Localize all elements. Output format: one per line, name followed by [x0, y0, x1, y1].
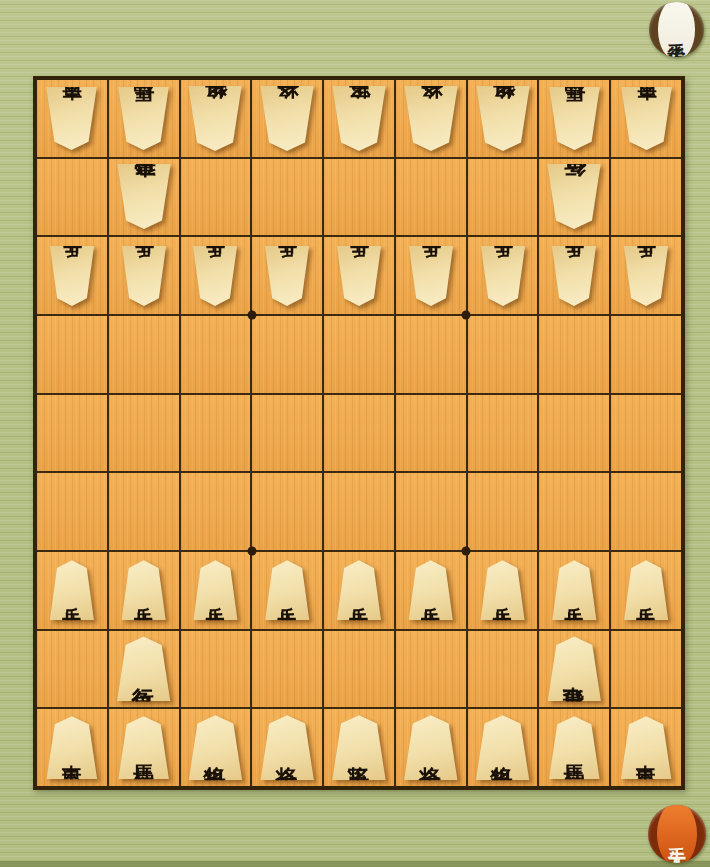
board-cell[interactable]: [611, 473, 681, 550]
board-cell[interactable]: 香車: [37, 709, 107, 786]
shogi-piece-gote[interactable]: 香車: [619, 87, 674, 150]
koma-body: 金将: [258, 86, 316, 151]
shogi-piece-sente[interactable]: 歩兵: [407, 560, 455, 620]
board-cell[interactable]: [539, 395, 609, 472]
koma-body: 金将: [402, 715, 460, 780]
koma-body: 歩兵: [407, 560, 455, 620]
shogi-piece-sente[interactable]: 歩兵: [120, 560, 168, 620]
board-cell[interactable]: [468, 395, 538, 472]
koma-body: 王将: [330, 86, 388, 151]
koma-label: 銀将: [204, 115, 226, 122]
koma-body: 香車: [44, 87, 99, 150]
koma-label: 香車: [61, 744, 82, 751]
koma-label: 香車: [61, 115, 82, 122]
board-cell[interactable]: [252, 159, 322, 236]
shogi-piece-gote[interactable]: 金将: [402, 86, 460, 151]
board-cell[interactable]: 歩兵: [324, 237, 394, 314]
shogi-piece-gote[interactable]: 桂馬: [547, 87, 602, 150]
koma-label: 歩兵: [206, 587, 225, 594]
board-cell[interactable]: [252, 473, 322, 550]
shogi-piece-sente[interactable]: 銀将: [186, 715, 244, 780]
board-cell[interactable]: 銀将: [468, 709, 538, 786]
koma-body: 銀将: [474, 86, 532, 151]
shogi-piece-sente[interactable]: 桂馬: [547, 716, 602, 779]
koma-body: 桂馬: [547, 87, 602, 150]
koma-body: 歩兵: [120, 560, 168, 620]
board-grid: 香車桂馬銀将金将王将金将銀将桂馬香車飛車角行歩兵歩兵歩兵歩兵歩兵歩兵歩兵歩兵歩兵…: [37, 80, 681, 786]
board-cell[interactable]: 歩兵: [181, 552, 251, 629]
board-cell[interactable]: [324, 631, 394, 708]
koma-label: 歩兵: [493, 587, 512, 594]
board-cell[interactable]: [252, 316, 322, 393]
koma-label: 銀将: [204, 744, 226, 751]
board-cell[interactable]: [109, 395, 179, 472]
koma-label: 歩兵: [421, 587, 440, 594]
board-cell[interactable]: [37, 159, 107, 236]
koma-label: 香車: [636, 115, 657, 122]
board-cell[interactable]: [109, 473, 179, 550]
koma-body: 歩兵: [479, 246, 527, 306]
board-cell[interactable]: [539, 473, 609, 550]
koma-label: 桂馬: [133, 744, 154, 751]
board-cell[interactable]: [611, 316, 681, 393]
board-cell[interactable]: [396, 631, 466, 708]
board-cell[interactable]: 飛車: [539, 631, 609, 708]
board-cell[interactable]: 歩兵: [37, 237, 107, 314]
board-cell[interactable]: [324, 473, 394, 550]
koma-label: 歩兵: [493, 272, 512, 279]
board-cell[interactable]: 桂馬: [109, 80, 179, 157]
board-cell[interactable]: [181, 473, 251, 550]
koma-label: 歩兵: [278, 587, 297, 594]
board-cell[interactable]: 桂馬: [539, 709, 609, 786]
koma-label: 飛車: [563, 665, 585, 672]
board-cell[interactable]: [611, 631, 681, 708]
shogi-piece-sente[interactable]: 金将: [402, 715, 460, 780]
koma-label: 歩兵: [421, 272, 440, 279]
shogi-piece-gote[interactable]: 香車: [44, 87, 99, 150]
board-cell[interactable]: [324, 159, 394, 236]
board-cell[interactable]: 歩兵: [109, 552, 179, 629]
board-cell[interactable]: 歩兵: [539, 237, 609, 314]
board-cell[interactable]: 王将: [324, 709, 394, 786]
board-cell[interactable]: [539, 316, 609, 393]
board-cell[interactable]: [468, 631, 538, 708]
board-cell[interactable]: 金将: [396, 80, 466, 157]
board-cell[interactable]: 歩兵: [252, 552, 322, 629]
board-cell[interactable]: 歩兵: [468, 237, 538, 314]
shogi-piece-sente[interactable]: 王将: [330, 715, 388, 780]
koma-body: 歩兵: [335, 246, 383, 306]
board-cell[interactable]: [468, 316, 538, 393]
gote-badge: 後手: [649, 2, 704, 57]
shogi-piece-gote[interactable]: 角行: [545, 164, 603, 229]
shogi-piece-gote[interactable]: 歩兵: [479, 246, 527, 306]
koma-label: 歩兵: [206, 272, 225, 279]
koma-body: 銀将: [186, 86, 244, 151]
shogi-piece-sente[interactable]: 銀将: [474, 715, 532, 780]
koma-label: 角行: [563, 193, 585, 200]
koma-body: 銀将: [186, 715, 244, 780]
shogi-piece-sente[interactable]: 飛車: [545, 636, 603, 701]
shogi-piece-sente[interactable]: 歩兵: [550, 560, 598, 620]
koma-label: 王将: [348, 744, 370, 751]
koma-body: 歩兵: [120, 246, 168, 306]
koma-label: 歩兵: [134, 272, 153, 279]
koma-body: 桂馬: [547, 716, 602, 779]
sente-badge-face: [657, 805, 696, 863]
board-cell[interactable]: 歩兵: [396, 237, 466, 314]
koma-label: 王将: [348, 115, 370, 122]
board-cell[interactable]: 歩兵: [468, 552, 538, 629]
koma-label: 桂馬: [564, 115, 585, 122]
gote-badge-face: [658, 2, 695, 57]
koma-label: 金将: [276, 115, 298, 122]
shogi-piece-sente[interactable]: 歩兵: [191, 560, 239, 620]
koma-body: 桂馬: [116, 716, 171, 779]
shogi-piece-gote[interactable]: 王将: [330, 86, 388, 151]
board-cell[interactable]: [396, 395, 466, 472]
koma-body: 香車: [44, 716, 99, 779]
board-cell[interactable]: [37, 473, 107, 550]
koma-label: 歩兵: [278, 272, 297, 279]
board-cell[interactable]: 歩兵: [396, 552, 466, 629]
koma-body: 歩兵: [335, 560, 383, 620]
board-cell[interactable]: [181, 316, 251, 393]
board-cell[interactable]: 歩兵: [539, 552, 609, 629]
koma-body: 歩兵: [48, 560, 96, 620]
board-cell[interactable]: [252, 631, 322, 708]
koma-body: 金将: [258, 715, 316, 780]
shogi-piece-sente[interactable]: 角行: [115, 636, 173, 701]
board-cell[interactable]: 桂馬: [539, 80, 609, 157]
koma-body: 角行: [115, 636, 173, 701]
shogi-piece-gote[interactable]: 歩兵: [48, 246, 96, 306]
koma-body: 桂馬: [116, 87, 171, 150]
koma-body: 香車: [619, 716, 674, 779]
board-cell[interactable]: [611, 159, 681, 236]
koma-body: 歩兵: [48, 246, 96, 306]
shogi-piece-gote[interactable]: 歩兵: [622, 246, 670, 306]
koma-label: 歩兵: [637, 587, 656, 594]
shogi-piece-gote[interactable]: 桂馬: [116, 87, 171, 150]
shogi-piece-sente[interactable]: 金将: [258, 715, 316, 780]
board-cell[interactable]: 歩兵: [252, 237, 322, 314]
board-cell[interactable]: 歩兵: [324, 552, 394, 629]
board-cell[interactable]: 飛車: [109, 159, 179, 236]
koma-body: 角行: [545, 164, 603, 229]
koma-body: 歩兵: [407, 246, 455, 306]
shogi-piece-sente[interactable]: 歩兵: [479, 560, 527, 620]
koma-body: 歩兵: [191, 246, 239, 306]
board-cell[interactable]: [109, 316, 179, 393]
koma-label: 飛車: [133, 193, 155, 200]
board-cell[interactable]: [37, 395, 107, 472]
board-cell[interactable]: [252, 395, 322, 472]
board-cell[interactable]: [324, 316, 394, 393]
koma-body: 歩兵: [479, 560, 527, 620]
board-cell[interactable]: 角行: [109, 631, 179, 708]
koma-label: 金将: [276, 744, 298, 751]
shogi-piece-sente[interactable]: 香車: [619, 716, 674, 779]
board-cell[interactable]: 角行: [539, 159, 609, 236]
koma-label: 銀将: [492, 744, 514, 751]
board-cell[interactable]: [396, 473, 466, 550]
board-cell[interactable]: [181, 631, 251, 708]
shogi-piece-sente[interactable]: 歩兵: [335, 560, 383, 620]
shogi-piece-gote[interactable]: 歩兵: [191, 246, 239, 306]
shogi-piece-sente[interactable]: 桂馬: [116, 716, 171, 779]
board-cell[interactable]: 桂馬: [109, 709, 179, 786]
shogi-piece-gote[interactable]: 歩兵: [335, 246, 383, 306]
shogi-app: 後手 香車桂馬銀将金将王将金将銀将桂馬香車飛車角行歩兵歩兵歩兵歩兵歩兵歩兵歩兵歩…: [0, 0, 710, 867]
koma-body: 歩兵: [622, 560, 670, 620]
shogi-piece-gote[interactable]: 歩兵: [550, 246, 598, 306]
koma-body: 歩兵: [263, 246, 311, 306]
shogi-board: 香車桂馬銀将金将王将金将銀将桂馬香車飛車角行歩兵歩兵歩兵歩兵歩兵歩兵歩兵歩兵歩兵…: [33, 76, 685, 790]
koma-body: 王将: [330, 715, 388, 780]
board-cell[interactable]: [468, 159, 538, 236]
koma-label: 歩兵: [637, 272, 656, 279]
board-cell[interactable]: 歩兵: [37, 552, 107, 629]
koma-label: 歩兵: [349, 272, 368, 279]
shogi-piece-gote[interactable]: 銀将: [474, 86, 532, 151]
koma-label: 桂馬: [133, 115, 154, 122]
board-cell[interactable]: 歩兵: [181, 237, 251, 314]
koma-label: 角行: [133, 665, 155, 672]
tatami-bottom-seam: [0, 861, 710, 867]
koma-body: 歩兵: [622, 246, 670, 306]
koma-body: 歩兵: [263, 560, 311, 620]
board-cell[interactable]: [324, 395, 394, 472]
board-cell[interactable]: 歩兵: [109, 237, 179, 314]
board-cell[interactable]: [181, 395, 251, 472]
koma-label: 歩兵: [62, 587, 81, 594]
board-cell[interactable]: 金将: [252, 80, 322, 157]
shogi-piece-gote[interactable]: 飛車: [115, 164, 173, 229]
board-cell[interactable]: [396, 316, 466, 393]
koma-body: 銀将: [474, 715, 532, 780]
board-cell[interactable]: 歩兵: [611, 237, 681, 314]
board-cell[interactable]: 銀将: [181, 709, 251, 786]
board-cell[interactable]: 王将: [324, 80, 394, 157]
board-cell[interactable]: 金将: [252, 709, 322, 786]
koma-body: 歩兵: [550, 246, 598, 306]
shogi-piece-gote[interactable]: 銀将: [186, 86, 244, 151]
board-cell[interactable]: [468, 473, 538, 550]
shogi-piece-sente[interactable]: 香車: [44, 716, 99, 779]
koma-label: 香車: [636, 744, 657, 751]
board-cell[interactable]: [611, 395, 681, 472]
koma-body: 歩兵: [550, 560, 598, 620]
shogi-piece-gote[interactable]: 歩兵: [263, 246, 311, 306]
shogi-piece-sente[interactable]: 歩兵: [622, 560, 670, 620]
sente-badge: 先手: [648, 805, 706, 863]
board-cell[interactable]: 香車: [611, 80, 681, 157]
koma-body: 飛車: [545, 636, 603, 701]
shogi-piece-gote[interactable]: 金将: [258, 86, 316, 151]
board-cell[interactable]: 金将: [396, 709, 466, 786]
board-cell[interactable]: 香車: [611, 709, 681, 786]
board-cell[interactable]: 歩兵: [611, 552, 681, 629]
board-cell[interactable]: 銀将: [468, 80, 538, 157]
koma-label: 金将: [420, 744, 442, 751]
koma-body: 金将: [402, 86, 460, 151]
koma-body: 歩兵: [191, 560, 239, 620]
koma-label: 歩兵: [565, 272, 584, 279]
board-cell[interactable]: [37, 316, 107, 393]
koma-body: 飛車: [115, 164, 173, 229]
board-cell[interactable]: [37, 631, 107, 708]
shogi-piece-sente[interactable]: 歩兵: [263, 560, 311, 620]
board-cell[interactable]: [396, 159, 466, 236]
koma-label: 金将: [420, 115, 442, 122]
shogi-piece-gote[interactable]: 歩兵: [120, 246, 168, 306]
koma-label: 桂馬: [564, 744, 585, 751]
shogi-piece-gote[interactable]: 歩兵: [407, 246, 455, 306]
koma-label: 歩兵: [565, 587, 584, 594]
shogi-piece-sente[interactable]: 歩兵: [48, 560, 96, 620]
koma-label: 歩兵: [62, 272, 81, 279]
board-cell[interactable]: 銀将: [181, 80, 251, 157]
koma-label: 歩兵: [134, 587, 153, 594]
koma-label: 銀将: [492, 115, 514, 122]
koma-label: 歩兵: [349, 587, 368, 594]
board-cell[interactable]: [181, 159, 251, 236]
board-cell[interactable]: 香車: [37, 80, 107, 157]
koma-body: 香車: [619, 87, 674, 150]
